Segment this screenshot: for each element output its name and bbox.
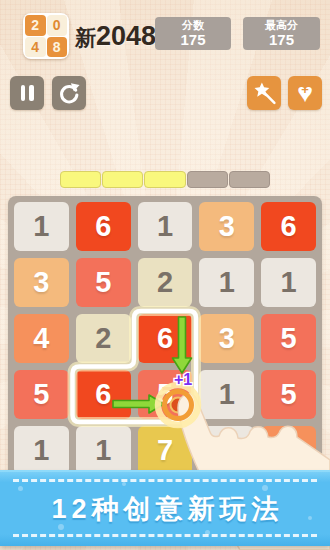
tile-r1c4[interactable]: 3: [199, 202, 254, 251]
logo-cell-2: 2: [25, 15, 46, 36]
app-logo-2048: 2048: [23, 13, 69, 59]
tile-r3c4[interactable]: 3: [199, 314, 254, 363]
tile-r4c5[interactable]: 5: [261, 370, 316, 419]
restart-icon: [58, 82, 81, 105]
tile-r2c5[interactable]: 1: [261, 258, 316, 307]
score-label: 分数: [182, 19, 204, 32]
tile-r1c2[interactable]: 6: [76, 202, 131, 251]
progress-segment-2: [102, 171, 143, 188]
progress-segment-5: [229, 171, 270, 188]
magic-wand-icon: [252, 81, 277, 106]
score-badge: 分数 175: [155, 17, 231, 50]
tile-r4c2[interactable]: 6: [76, 370, 131, 419]
tile-r1c1[interactable]: 1: [14, 202, 69, 251]
tile-r4c3[interactable]: 5: [138, 370, 193, 419]
best-score-badge: 最高分 175: [243, 17, 320, 50]
tile-r5c5[interactable]: 4: [261, 426, 316, 475]
app-title-prefix: 新: [75, 24, 96, 52]
logo-cell-8: 8: [47, 37, 68, 58]
tile-r2c1[interactable]: 3: [14, 258, 69, 307]
pause-icon: [21, 85, 26, 101]
tile-r3c3[interactable]: 6: [138, 314, 193, 363]
score-value: 175: [180, 31, 205, 48]
tile-r5c2[interactable]: 1: [76, 426, 131, 475]
tile-r3c2[interactable]: 2: [76, 314, 131, 363]
tile-r3c1[interactable]: 4: [14, 314, 69, 363]
app-title-suffix: 2048: [96, 21, 156, 52]
progress-segment-1: [60, 171, 101, 188]
restart-button[interactable]: [52, 76, 86, 110]
tile-r5c1[interactable]: 1: [14, 426, 69, 475]
best-score-value: 175: [269, 31, 294, 48]
tile-r3c5[interactable]: 5: [261, 314, 316, 363]
tile-r4c4[interactable]: 1: [199, 370, 254, 419]
board[interactable]: 161363521142635565151174: [8, 196, 322, 481]
heart-plus-icon: ♥ +: [292, 79, 318, 107]
logo-cell-0: 0: [47, 15, 68, 36]
progress-segment-3: [144, 171, 185, 188]
tile-r1c3[interactable]: 1: [138, 202, 193, 251]
tile-r4c1[interactable]: 5: [14, 370, 69, 419]
promo-banner[interactable]: 12种创意新玩法: [0, 470, 330, 546]
tile-r1c5[interactable]: 6: [261, 202, 316, 251]
tile-r2c2[interactable]: 5: [76, 258, 131, 307]
progress-bar: [60, 171, 270, 188]
heart-lives-button[interactable]: ♥ +: [288, 76, 322, 110]
tile-r5c4[interactable]: [199, 426, 254, 475]
best-score-label: 最高分: [265, 19, 298, 32]
magic-wand-button[interactable]: [247, 76, 281, 110]
app-title: 新 2048: [75, 21, 156, 52]
game-screen: 2048 新 2048 分数 175 最高分 175 ♥ + 161363: [0, 0, 330, 550]
logo-cell-4: 4: [25, 37, 46, 58]
tile-r2c4[interactable]: 1: [199, 258, 254, 307]
tile-r2c3[interactable]: 2: [138, 258, 193, 307]
tile-r5c3[interactable]: 7: [138, 426, 193, 475]
progress-segment-4: [187, 171, 228, 188]
banner-text: 12种创意新玩法: [0, 472, 330, 546]
pause-button[interactable]: [10, 76, 44, 110]
